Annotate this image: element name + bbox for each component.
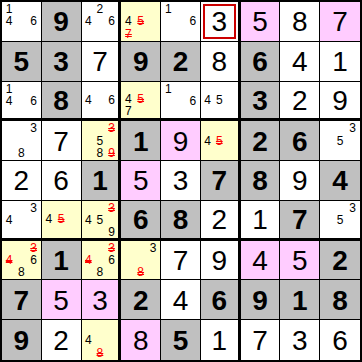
candidate-empty (321, 202, 334, 214)
cell-r2c5[interactable]: 2 (161, 42, 201, 82)
cell-r5c9[interactable]: 4 (320, 161, 360, 201)
candidate-grid: 35 (321, 202, 359, 237)
candidate-empty (106, 334, 118, 347)
candidate-excluded: 4 (3, 254, 15, 266)
given-digit: 9 (252, 287, 268, 315)
candidate-empty (213, 106, 225, 117)
cell-r6c7[interactable]: 1 (241, 201, 281, 241)
solved-digit: 9 (211, 247, 227, 275)
solved-digit: 8 (133, 327, 149, 355)
cell-r5c7[interactable]: 8 (241, 161, 281, 201)
candidate: 6 (28, 254, 40, 266)
candidate-empty (321, 214, 334, 226)
cell-r3c6[interactable]: 45 (201, 82, 241, 122)
candidate-grid: 3468 (83, 242, 118, 279)
candidate-empty (94, 122, 106, 134)
candidate-empty (187, 28, 199, 40)
candidate-empty (15, 202, 27, 214)
cell-r6c1[interactable]: 34 (2, 201, 42, 241)
candidate-grid: 3468 (3, 242, 40, 279)
given-digit: 1 (133, 128, 149, 156)
cell-r8c2[interactable]: 5 (42, 280, 82, 320)
given-digit: 6 (133, 206, 149, 234)
cell-r3c7[interactable]: 3 (241, 82, 281, 122)
solved-digit: 9 (332, 87, 348, 115)
candidate: 6 (187, 15, 199, 27)
candidate: 4 (83, 15, 95, 27)
candidate-empty (94, 106, 106, 117)
solved-digit: 5 (292, 247, 308, 275)
cell-r4c9[interactable]: 35 (320, 121, 360, 161)
candidate-empty (162, 95, 174, 107)
cell-r2c8[interactable]: 4 (280, 42, 320, 82)
cell-r1c1[interactable]: 146 (2, 2, 42, 42)
candidate-empty (43, 225, 55, 236)
candidate-empty (83, 28, 95, 40)
cell-r6c9[interactable]: 35 (320, 201, 360, 241)
candidate-empty (15, 15, 27, 27)
cell-r2c9[interactable]: 1 (320, 42, 360, 82)
given-digit: 1 (53, 247, 69, 275)
cell-r8c7[interactable]: 9 (241, 280, 281, 320)
candidate-empty (15, 95, 27, 107)
candidate: 5 (213, 94, 225, 106)
candidate-empty (174, 3, 186, 15)
cell-r5c8[interactable]: 9 (280, 161, 320, 201)
candidate-empty (106, 28, 118, 40)
cell-r7c8[interactable]: 5 (280, 241, 320, 281)
cell-r9c7[interactable]: 7 (241, 320, 281, 360)
candidate-empty (83, 226, 95, 238)
candidate-excluded: 8 (94, 346, 106, 359)
candidate-empty (135, 105, 147, 117)
cell-r5c5[interactable]: 3 (161, 161, 201, 201)
candidate: 1 (162, 83, 174, 95)
cell-r8c6[interactable]: 6 (201, 280, 241, 320)
cell-r5c2[interactable]: 6 (42, 161, 82, 201)
candidate-empty (321, 135, 334, 147)
solved-digit: 2 (211, 206, 227, 234)
given-digit: 7 (292, 206, 308, 234)
candidate-grid: 45 (202, 122, 237, 159)
given-digit: 9 (53, 8, 69, 36)
candidate-empty (83, 122, 95, 134)
candidate-empty (28, 107, 40, 118)
candidate: 2 (94, 3, 106, 15)
cell-r3c4[interactable]: 457 (121, 82, 161, 122)
cell-r1c3[interactable]: 246 (82, 2, 122, 42)
candidate-empty (135, 28, 147, 40)
given-digit: 7 (211, 167, 227, 195)
cell-r1c2[interactable]: 9 (42, 2, 82, 42)
given-digit: 3 (252, 87, 268, 115)
cell-r7c2[interactable]: 1 (42, 241, 82, 281)
given-digit: 3 (53, 48, 69, 76)
candidate-empty (135, 242, 147, 254)
solved-digit: 3 (211, 8, 227, 36)
cell-r7c7[interactable]: 4 (241, 241, 281, 281)
cell-r3c1[interactable]: 146 (2, 82, 42, 122)
candidate-empty (147, 105, 159, 117)
given-digit: 5 (14, 48, 30, 76)
candidate-grid: 46 (83, 83, 118, 118)
candidate-empty (106, 321, 118, 334)
candidate-empty (147, 28, 159, 40)
candidate-empty (83, 106, 95, 117)
candidate-empty (147, 266, 159, 278)
given-digit: 6 (211, 287, 227, 315)
candidate-empty (83, 266, 95, 278)
candidate-empty (3, 266, 15, 278)
candidate-empty (346, 147, 359, 159)
candidate-empty (321, 226, 334, 237)
cell-r9c8[interactable]: 3 (280, 320, 320, 360)
candidate-empty (202, 122, 214, 134)
candidate: 3 (147, 242, 159, 254)
candidate-empty (28, 226, 40, 237)
candidate-empty (28, 135, 40, 147)
candidate-empty (15, 122, 27, 134)
candidate: 5 (334, 214, 347, 226)
given-digit: 2 (133, 287, 149, 315)
given-digit: 6 (252, 48, 268, 76)
candidate-empty (202, 106, 214, 117)
solved-digit: 8 (292, 8, 308, 36)
candidate-excluded: 9 (106, 147, 118, 159)
candidate-empty (174, 28, 186, 40)
cell-r8c5[interactable]: 4 (161, 280, 201, 320)
candidate-empty (94, 321, 106, 334)
candidate-empty (15, 135, 27, 147)
solved-digit: 4 (292, 48, 308, 76)
candidate-empty (147, 93, 159, 105)
cell-r9c2[interactable]: 2 (42, 320, 82, 360)
cell-r1c5[interactable]: 16 (161, 2, 201, 42)
solved-digit: 5 (53, 287, 69, 315)
candidate-empty (3, 28, 15, 40)
candidate-empty (15, 226, 27, 237)
cell-r4c5[interactable]: 9 (161, 121, 201, 161)
cell-r4c4[interactable]: 1 (121, 121, 161, 161)
cell-r7c4[interactable]: 38 (121, 241, 161, 281)
candidate: 8 (94, 147, 106, 159)
cell-r3c5[interactable]: 16 (161, 82, 201, 122)
cell-r7c1[interactable]: 3468 (2, 241, 42, 281)
candidate-empty (225, 83, 237, 94)
candidate-empty (55, 225, 67, 236)
cell-r1c4[interactable]: 457 (121, 2, 161, 42)
candidate: 1 (3, 83, 15, 95)
given-digit: 2 (252, 128, 268, 156)
candidate-empty (162, 107, 174, 118)
cell-r6c3[interactable]: 3459 (82, 201, 122, 241)
cell-r2c7[interactable]: 6 (241, 42, 281, 82)
candidate: 6 (187, 95, 199, 107)
candidate-empty (3, 147, 15, 159)
candidate: 5 (94, 214, 106, 226)
cell-r7c6[interactable]: 9 (201, 241, 241, 281)
cell-r6c4[interactable]: 6 (121, 201, 161, 241)
candidate-empty (225, 147, 237, 159)
cell-r4c8[interactable]: 6 (280, 121, 320, 161)
candidate-empty (147, 83, 159, 94)
cell-r5c4[interactable]: 5 (121, 161, 161, 201)
candidate-empty (3, 107, 15, 118)
candidate-grid: 45 (43, 202, 80, 237)
candidate: 4 (3, 214, 15, 226)
candidate: 1 (162, 3, 174, 15)
cell-r1c7[interactable]: 5 (241, 2, 281, 42)
candidate: 3 (28, 202, 40, 214)
candidate: 3 (28, 122, 40, 134)
candidate-grid: 3589 (83, 122, 118, 159)
candidate: 7 (122, 105, 134, 117)
solved-digit: 7 (332, 8, 348, 36)
candidate-empty (147, 254, 159, 266)
solved-digit: 2 (292, 87, 308, 115)
candidate-empty (94, 94, 106, 106)
candidate-empty (15, 214, 27, 226)
cell-r9c4[interactable]: 8 (121, 320, 161, 360)
candidate-empty (94, 28, 106, 40)
candidate-empty (106, 266, 118, 278)
candidate-empty (94, 226, 106, 238)
solved-digit: 1 (252, 206, 268, 234)
cell-r5c1[interactable]: 2 (2, 161, 42, 201)
candidate-empty (346, 135, 359, 147)
candidate-empty (187, 107, 199, 118)
solved-digit: 3 (292, 327, 308, 355)
candidate-empty (334, 226, 347, 237)
solved-digit: 7 (53, 128, 69, 156)
cell-r2c3[interactable]: 7 (82, 42, 122, 82)
cell-r2c4[interactable]: 9 (121, 42, 161, 82)
solved-digit: 1 (332, 48, 348, 76)
cell-r4c7[interactable]: 2 (241, 121, 281, 161)
candidate: 5 (94, 135, 106, 147)
sudoku-board: 1469246457163587537928641146846457164532… (0, 0, 362, 362)
cell-r8c3[interactable]: 3 (82, 280, 122, 320)
solved-digit: 6 (332, 327, 348, 355)
cell-r3c3[interactable]: 46 (82, 82, 122, 122)
candidate-empty (28, 147, 40, 159)
candidate-empty (225, 122, 237, 134)
candidate-empty (15, 242, 27, 254)
cell-r4c2[interactable]: 7 (42, 121, 82, 161)
candidate-empty (321, 147, 334, 159)
given-digit: 9 (133, 48, 149, 76)
candidate-empty (15, 28, 27, 40)
solved-digit: 5 (133, 167, 149, 195)
given-digit: 2 (332, 247, 348, 275)
candidate-empty (122, 266, 134, 278)
solved-digit: 2 (14, 167, 30, 195)
candidate-empty (334, 147, 347, 159)
cell-r8c1[interactable]: 7 (2, 280, 42, 320)
candidate-excluded: 3 (106, 202, 118, 214)
candidate-empty (122, 254, 134, 266)
candidate-excluded: 5 (135, 93, 147, 105)
candidate-empty (106, 106, 118, 117)
candidate-empty (213, 122, 225, 134)
cell-r4c6[interactable]: 45 (201, 121, 241, 161)
candidate-grid: 16 (162, 83, 199, 118)
given-digit: 8 (332, 287, 348, 315)
candidate-empty (147, 3, 159, 15)
cell-r3c9[interactable]: 9 (320, 82, 360, 122)
candidate: 8 (15, 266, 27, 278)
given-digit: 8 (173, 206, 189, 234)
candidate: 3 (346, 202, 359, 214)
candidate-grid: 246 (83, 3, 118, 40)
candidate-empty (15, 83, 27, 95)
given-digit: 4 (332, 167, 348, 195)
cell-r8c8[interactable]: 1 (280, 280, 320, 320)
solved-digit: 9 (173, 128, 189, 156)
candidate: 4 (122, 15, 134, 27)
cell-r9c5[interactable]: 5 (161, 320, 201, 360)
candidate-empty (162, 15, 174, 27)
solved-digit: 9 (292, 167, 308, 195)
candidate-excluded: 5 (135, 15, 147, 27)
candidate-grid: 3459 (83, 202, 118, 237)
candidate: 4 (43, 213, 55, 225)
candidate-empty (174, 83, 186, 95)
candidate-excluded: 5 (55, 213, 67, 225)
cell-r7c5[interactable]: 7 (161, 241, 201, 281)
candidate: 8 (15, 147, 27, 159)
candidate-excluded: 3 (106, 122, 118, 134)
cell-r1c8[interactable]: 8 (280, 2, 320, 42)
candidate-empty (15, 3, 27, 15)
candidate-grid: 48 (83, 321, 118, 359)
candidate-empty (122, 242, 134, 254)
candidate-empty (213, 147, 225, 159)
candidate: 5 (334, 135, 347, 147)
cell-r7c9[interactable]: 2 (320, 241, 360, 281)
candidate-empty (174, 95, 186, 107)
cell-r8c9[interactable]: 8 (320, 280, 360, 320)
candidate: 6 (106, 94, 118, 106)
candidate-empty (3, 122, 15, 134)
given-digit: 7 (14, 287, 30, 315)
candidate-empty (67, 225, 79, 236)
candidate-empty (106, 346, 118, 359)
candidate-empty (94, 242, 106, 254)
cell-r2c1[interactable]: 5 (2, 42, 42, 82)
given-digit: 6 (292, 128, 308, 156)
candidate-excluded: 5 (213, 135, 225, 147)
cell-r3c2[interactable]: 8 (42, 82, 82, 122)
cell-r8c4[interactable]: 2 (121, 280, 161, 320)
candidate-empty (94, 334, 106, 347)
cell-r9c3[interactable]: 48 (82, 320, 122, 360)
candidate: 6 (106, 254, 118, 266)
candidate-grid: 34 (3, 202, 40, 237)
cell-r5c6[interactable]: 7 (201, 161, 241, 201)
candidate-empty (225, 94, 237, 106)
cell-r6c5[interactable]: 8 (161, 201, 201, 241)
given-digit: 1 (292, 287, 308, 315)
solved-digit: 7 (252, 327, 268, 355)
candidate: 4 (83, 94, 95, 106)
candidate: 8 (94, 266, 106, 278)
candidate-empty (162, 28, 174, 40)
candidate: 9 (106, 226, 118, 238)
solved-digit: 8 (211, 48, 227, 76)
solved-digit: 7 (173, 247, 189, 275)
candidate-empty (15, 107, 27, 118)
candidate: 6 (28, 95, 40, 107)
candidate: 4 (83, 334, 95, 347)
candidate: 4 (83, 214, 95, 226)
solved-digit: 6 (53, 167, 69, 195)
cell-r9c6[interactable]: 1 (201, 320, 241, 360)
candidate-empty (83, 135, 95, 147)
candidate: 3 (346, 122, 359, 134)
solved-digit: 1 (211, 327, 227, 355)
cell-r1c6[interactable]: 3 (201, 2, 241, 42)
candidate-empty (28, 214, 40, 226)
candidate-empty (3, 135, 15, 147)
candidate-empty (67, 202, 79, 213)
cell-r9c9[interactable]: 6 (320, 320, 360, 360)
candidate-empty (202, 147, 214, 159)
candidate-empty (346, 226, 359, 237)
solved-digit: 5 (252, 8, 268, 36)
candidate-empty (28, 83, 40, 95)
cell-r2c6[interactable]: 8 (201, 42, 241, 82)
solved-digit: 4 (173, 287, 189, 315)
solved-digit: 3 (92, 287, 108, 315)
candidate: 6 (28, 15, 40, 27)
cell-r6c2[interactable]: 45 (42, 201, 82, 241)
cell-r6c6[interactable]: 2 (201, 201, 241, 241)
cell-r9c1[interactable]: 9 (2, 320, 42, 360)
candidate-grid: 457 (122, 3, 159, 40)
candidate-grid: 16 (162, 3, 199, 40)
candidate: 4 (202, 135, 214, 147)
cell-r3c8[interactable]: 2 (280, 82, 320, 122)
given-digit: 8 (53, 87, 69, 115)
candidate-empty (94, 15, 106, 27)
candidate-grid: 146 (3, 3, 40, 40)
solved-digit: 7 (92, 48, 108, 76)
candidate-empty (94, 83, 106, 94)
cell-r4c1[interactable]: 38 (2, 121, 42, 161)
solved-digit: 2 (53, 327, 69, 355)
candidate: 4 (202, 94, 214, 106)
given-digit: 5 (173, 327, 189, 355)
candidate-empty (321, 122, 334, 134)
solved-digit: 3 (173, 167, 189, 195)
candidate-empty (187, 83, 199, 95)
candidate-empty (83, 346, 95, 359)
cell-r4c3[interactable]: 3589 (82, 121, 122, 161)
cell-r2c2[interactable]: 3 (42, 42, 82, 82)
cell-r7c3[interactable]: 3468 (82, 241, 122, 281)
cell-r6c8[interactable]: 7 (280, 201, 320, 241)
cell-r5c3[interactable]: 1 (82, 161, 122, 201)
given-digit: 1 (92, 167, 108, 195)
given-digit: 9 (14, 327, 30, 355)
candidate-grid: 35 (321, 122, 359, 159)
candidate-grid: 146 (3, 83, 40, 118)
cell-r1c9[interactable]: 7 (320, 2, 360, 42)
candidate-empty (147, 15, 159, 27)
given-digit: 8 (252, 167, 268, 195)
given-digit: 2 (173, 48, 189, 76)
